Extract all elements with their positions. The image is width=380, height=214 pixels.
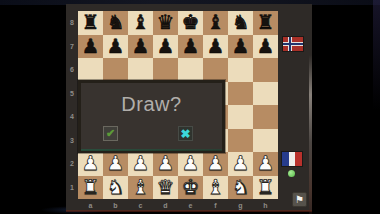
france-flag <box>282 152 302 166</box>
square-g5[interactable] <box>228 82 253 106</box>
square-b6[interactable] <box>103 58 128 82</box>
square-d8[interactable]: ♛ <box>153 11 178 35</box>
square-g2[interactable]: ♟ <box>228 152 253 176</box>
black-pawn: ♟ <box>232 35 250 59</box>
norway-flag <box>283 37 303 51</box>
check-icon: ✔ <box>106 127 115 140</box>
square-f7[interactable]: ♟ <box>203 35 228 59</box>
white-pawn: ♟ <box>207 152 225 176</box>
rank-label-7: 7 <box>66 35 78 59</box>
rank-label-8: 8 <box>66 11 78 35</box>
black-bishop: ♝ <box>207 11 225 35</box>
dialog-title: Draw? <box>81 93 222 116</box>
rank-label-1: 1 <box>66 176 78 200</box>
white-pawn: ♟ <box>157 152 175 176</box>
square-e8[interactable]: ♚ <box>178 11 203 35</box>
square-b7[interactable]: ♟ <box>103 35 128 59</box>
square-c7[interactable]: ♟ <box>128 35 153 59</box>
black-pawn: ♟ <box>157 35 175 59</box>
white-knight: ♞ <box>107 176 125 200</box>
black-rook: ♜ <box>82 11 100 35</box>
rank-label-3: 3 <box>66 129 78 153</box>
square-b8[interactable]: ♞ <box>103 11 128 35</box>
square-c1[interactable]: ♝ <box>128 176 153 200</box>
square-g1[interactable]: ♞ <box>228 176 253 200</box>
rank-label-2: 2 <box>66 152 78 176</box>
black-queen: ♛ <box>157 11 175 35</box>
white-pawn: ♟ <box>257 152 275 176</box>
app-window: 87654321 ♜♞♝♛♚♝♞♜♟♟♟♟♟♟♟♟♟♟♟♟♟♟♟♟♜♞♝♛♚♝♞… <box>0 0 380 214</box>
white-queen: ♛ <box>157 176 175 200</box>
file-label-d: d <box>153 199 178 211</box>
square-h8[interactable]: ♜ <box>253 11 278 35</box>
file-label-e: e <box>178 199 203 211</box>
square-d6[interactable] <box>153 58 178 82</box>
square-h1[interactable]: ♜ <box>253 176 278 200</box>
square-g8[interactable]: ♞ <box>228 11 253 35</box>
file-labels: abcdefgh <box>78 199 278 211</box>
black-pawn: ♟ <box>132 35 150 59</box>
decline-draw-button[interactable]: ✖ <box>178 126 193 141</box>
square-h3[interactable] <box>253 129 278 153</box>
square-a8[interactable]: ♜ <box>78 11 103 35</box>
white-bishop: ♝ <box>132 176 150 200</box>
file-label-h: h <box>253 199 278 211</box>
white-knight: ♞ <box>232 176 250 200</box>
rank-label-4: 4 <box>66 105 78 129</box>
square-a7[interactable]: ♟ <box>78 35 103 59</box>
white-pawn: ♟ <box>182 152 200 176</box>
square-d2[interactable]: ♟ <box>153 152 178 176</box>
square-c8[interactable]: ♝ <box>128 11 153 35</box>
square-f8[interactable]: ♝ <box>203 11 228 35</box>
file-label-a: a <box>78 199 103 211</box>
black-king: ♚ <box>182 11 200 35</box>
square-b2[interactable]: ♟ <box>103 152 128 176</box>
draw-offer-dialog: Draw? ✔ ✖ <box>78 80 225 153</box>
square-e1[interactable]: ♚ <box>178 176 203 200</box>
square-b1[interactable]: ♞ <box>103 176 128 200</box>
square-a6[interactable] <box>78 58 103 82</box>
square-e6[interactable] <box>178 58 203 82</box>
square-g4[interactable] <box>228 105 253 129</box>
square-d7[interactable]: ♟ <box>153 35 178 59</box>
square-c6[interactable] <box>128 58 153 82</box>
file-label-g: g <box>228 199 253 211</box>
square-h7[interactable]: ♟ <box>253 35 278 59</box>
black-pawn: ♟ <box>207 35 225 59</box>
black-pawn: ♟ <box>182 35 200 59</box>
rank-labels: 87654321 <box>66 11 78 199</box>
square-g6[interactable] <box>228 58 253 82</box>
black-knight: ♞ <box>232 11 250 35</box>
white-pawn: ♟ <box>232 152 250 176</box>
background-light-streak <box>309 55 312 214</box>
accept-draw-button[interactable]: ✔ <box>103 126 118 141</box>
white-rook: ♜ <box>82 176 100 200</box>
square-d1[interactable]: ♛ <box>153 176 178 200</box>
file-label-f: f <box>203 199 228 211</box>
game-panel: 87654321 ♜♞♝♛♚♝♞♜♟♟♟♟♟♟♟♟♟♟♟♟♟♟♟♟♜♞♝♛♚♝♞… <box>66 4 312 211</box>
white-pawn: ♟ <box>107 152 125 176</box>
square-e2[interactable]: ♟ <box>178 152 203 176</box>
resign-button[interactable]: ⚑ <box>292 192 307 207</box>
square-a2[interactable]: ♟ <box>78 152 103 176</box>
square-c2[interactable]: ♟ <box>128 152 153 176</box>
black-pawn: ♟ <box>107 35 125 59</box>
white-pawn: ♟ <box>82 152 100 176</box>
square-f6[interactable] <box>203 58 228 82</box>
black-bishop: ♝ <box>132 11 150 35</box>
black-knight: ♞ <box>107 11 125 35</box>
black-rook: ♜ <box>257 11 275 35</box>
file-label-c: c <box>128 199 153 211</box>
dialog-timer-bar <box>81 149 222 151</box>
white-king: ♚ <box>182 176 200 200</box>
background-right-tint <box>373 0 380 110</box>
online-status-dot <box>288 170 295 177</box>
x-icon: ✖ <box>180 127 190 141</box>
white-rook: ♜ <box>257 176 275 200</box>
square-a1[interactable]: ♜ <box>78 176 103 200</box>
black-pawn: ♟ <box>82 35 100 59</box>
black-pawn: ♟ <box>257 35 275 59</box>
square-g3[interactable] <box>228 129 253 153</box>
square-h4[interactable] <box>253 105 278 129</box>
white-pawn: ♟ <box>132 152 150 176</box>
white-bishop: ♝ <box>207 176 225 200</box>
file-label-b: b <box>103 199 128 211</box>
square-e7[interactable]: ♟ <box>178 35 203 59</box>
resign-flag-icon: ⚑ <box>295 195 304 205</box>
square-h5[interactable] <box>253 82 278 106</box>
square-h6[interactable] <box>253 58 278 82</box>
square-g7[interactable]: ♟ <box>228 35 253 59</box>
rank-label-6: 6 <box>66 58 78 82</box>
rank-label-5: 5 <box>66 82 78 106</box>
square-f1[interactable]: ♝ <box>203 176 228 200</box>
square-h2[interactable]: ♟ <box>253 152 278 176</box>
square-f2[interactable]: ♟ <box>203 152 228 176</box>
